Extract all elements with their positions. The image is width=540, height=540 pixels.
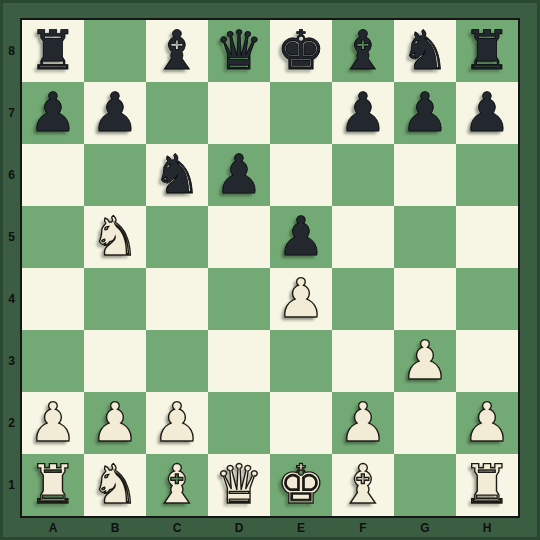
piece-black-pawn[interactable]: ♟	[277, 206, 325, 268]
piece-white-pawn[interactable]: ♟	[29, 392, 77, 454]
piece-black-pawn[interactable]: ♟	[339, 82, 387, 144]
piece-white-rook[interactable]: ♜	[29, 454, 77, 516]
piece-white-queen[interactable]: ♛	[215, 454, 263, 516]
square-g1[interactable]	[394, 454, 456, 516]
square-b2[interactable]: ♟	[84, 392, 146, 454]
file-labels: ABCDEFGH	[22, 518, 518, 537]
piece-black-bishop[interactable]: ♝	[153, 20, 201, 82]
rank-label-4: 4	[3, 268, 20, 330]
square-e2[interactable]	[270, 392, 332, 454]
square-f8[interactable]: ♝	[332, 20, 394, 82]
square-h1[interactable]: ♜	[456, 454, 518, 516]
square-d2[interactable]	[208, 392, 270, 454]
square-c4[interactable]	[146, 268, 208, 330]
piece-white-knight[interactable]: ♞	[91, 454, 139, 516]
square-g8[interactable]: ♞	[394, 20, 456, 82]
square-h4[interactable]	[456, 268, 518, 330]
chess-board[interactable]: ♜♝♛♚♝♞♜♟♟♟♟♟♞♟♞♟♟♟♟♟♟♟♟♜♞♝♛♚♝♜	[20, 18, 520, 518]
square-b5[interactable]: ♞	[84, 206, 146, 268]
file-label-f: F	[332, 518, 394, 537]
square-a6[interactable]	[22, 144, 84, 206]
piece-black-pawn[interactable]: ♟	[91, 82, 139, 144]
square-c3[interactable]	[146, 330, 208, 392]
square-f6[interactable]	[332, 144, 394, 206]
file-label-b: B	[84, 518, 146, 537]
file-label-e: E	[270, 518, 332, 537]
square-a8[interactable]: ♜	[22, 20, 84, 82]
square-e6[interactable]	[270, 144, 332, 206]
square-b8[interactable]	[84, 20, 146, 82]
rank-label-3: 3	[3, 330, 20, 392]
square-f1[interactable]: ♝	[332, 454, 394, 516]
square-e7[interactable]	[270, 82, 332, 144]
square-f5[interactable]	[332, 206, 394, 268]
square-e5[interactable]: ♟	[270, 206, 332, 268]
square-b6[interactable]	[84, 144, 146, 206]
square-d5[interactable]	[208, 206, 270, 268]
square-f3[interactable]	[332, 330, 394, 392]
piece-white-pawn[interactable]: ♟	[401, 330, 449, 392]
board-frame: 87654321 ♜♝♛♚♝♞♜♟♟♟♟♟♞♟♞♟♟♟♟♟♟♟♟♜♞♝♛♚♝♜ …	[0, 0, 540, 540]
piece-black-knight[interactable]: ♞	[153, 144, 201, 206]
file-label-a: A	[22, 518, 84, 537]
piece-black-pawn[interactable]: ♟	[401, 82, 449, 144]
square-e8[interactable]: ♚	[270, 20, 332, 82]
piece-white-rook[interactable]: ♜	[463, 454, 511, 516]
square-b3[interactable]	[84, 330, 146, 392]
square-c2[interactable]: ♟	[146, 392, 208, 454]
square-a2[interactable]: ♟	[22, 392, 84, 454]
piece-black-knight[interactable]: ♞	[401, 20, 449, 82]
square-d7[interactable]	[208, 82, 270, 144]
piece-black-pawn[interactable]: ♟	[463, 82, 511, 144]
square-h2[interactable]: ♟	[456, 392, 518, 454]
rank-label-5: 5	[3, 206, 20, 268]
file-label-h: H	[456, 518, 518, 537]
square-a3[interactable]	[22, 330, 84, 392]
square-e1[interactable]: ♚	[270, 454, 332, 516]
square-h8[interactable]: ♜	[456, 20, 518, 82]
rank-label-6: 6	[3, 144, 20, 206]
square-a5[interactable]	[22, 206, 84, 268]
square-a7[interactable]: ♟	[22, 82, 84, 144]
square-g2[interactable]	[394, 392, 456, 454]
piece-white-bishop[interactable]: ♝	[339, 454, 387, 516]
rank-label-2: 2	[3, 392, 20, 454]
rank-label-1: 1	[3, 454, 20, 516]
piece-white-knight[interactable]: ♞	[91, 206, 139, 268]
square-c1[interactable]: ♝	[146, 454, 208, 516]
square-b7[interactable]: ♟	[84, 82, 146, 144]
square-g7[interactable]: ♟	[394, 82, 456, 144]
file-label-c: C	[146, 518, 208, 537]
square-g6[interactable]	[394, 144, 456, 206]
square-d6[interactable]: ♟	[208, 144, 270, 206]
square-b4[interactable]	[84, 268, 146, 330]
piece-black-pawn[interactable]: ♟	[29, 82, 77, 144]
square-d3[interactable]	[208, 330, 270, 392]
square-a1[interactable]: ♜	[22, 454, 84, 516]
piece-white-pawn[interactable]: ♟	[339, 392, 387, 454]
piece-white-pawn[interactable]: ♟	[153, 392, 201, 454]
square-g5[interactable]	[394, 206, 456, 268]
square-g4[interactable]	[394, 268, 456, 330]
square-e3[interactable]	[270, 330, 332, 392]
square-c7[interactable]	[146, 82, 208, 144]
square-c5[interactable]	[146, 206, 208, 268]
piece-black-bishop[interactable]: ♝	[339, 20, 387, 82]
square-f2[interactable]: ♟	[332, 392, 394, 454]
rank-label-7: 7	[3, 82, 20, 144]
piece-black-rook[interactable]: ♜	[29, 20, 77, 82]
square-a4[interactable]	[22, 268, 84, 330]
piece-black-pawn[interactable]: ♟	[215, 144, 263, 206]
piece-white-pawn[interactable]: ♟	[463, 392, 511, 454]
square-e4[interactable]: ♟	[270, 268, 332, 330]
square-c8[interactable]: ♝	[146, 20, 208, 82]
piece-white-pawn[interactable]: ♟	[91, 392, 139, 454]
square-h6[interactable]	[456, 144, 518, 206]
square-g3[interactable]: ♟	[394, 330, 456, 392]
piece-white-bishop[interactable]: ♝	[153, 454, 201, 516]
square-f4[interactable]	[332, 268, 394, 330]
square-h5[interactable]	[456, 206, 518, 268]
piece-black-king[interactable]: ♚	[277, 20, 325, 82]
square-f7[interactable]: ♟	[332, 82, 394, 144]
square-d4[interactable]	[208, 268, 270, 330]
square-d1[interactable]: ♛	[208, 454, 270, 516]
piece-white-king[interactable]: ♚	[277, 454, 325, 516]
rank-label-8: 8	[3, 20, 20, 82]
piece-black-rook[interactable]: ♜	[463, 20, 511, 82]
square-c6[interactable]: ♞	[146, 144, 208, 206]
square-h3[interactable]	[456, 330, 518, 392]
rank-labels: 87654321	[3, 20, 20, 516]
file-label-d: D	[208, 518, 270, 537]
file-label-g: G	[394, 518, 456, 537]
piece-black-queen[interactable]: ♛	[215, 20, 263, 82]
square-d8[interactable]: ♛	[208, 20, 270, 82]
square-b1[interactable]: ♞	[84, 454, 146, 516]
square-h7[interactable]: ♟	[456, 82, 518, 144]
piece-white-pawn[interactable]: ♟	[277, 268, 325, 330]
